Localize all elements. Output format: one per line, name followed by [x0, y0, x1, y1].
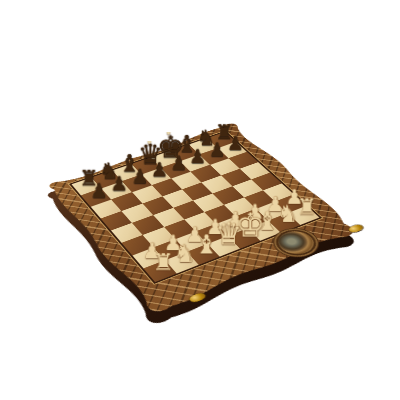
product-photo-white-background: ♜♞♝♛♚♝♞♜♟♟♟♟♟♟♟♟♟♟♟♟♟♟♟♟♜♞♝♛♚♝♞♜ [0, 0, 400, 400]
light-finial-icon [166, 129, 170, 135]
light-finial-icon [147, 138, 151, 144]
chess-board: ♜♞♝♛♚♝♞♜♟♟♟♟♟♟♟♟♟♟♟♟♟♟♟♟♜♞♝♛♚♝♞♜ [40, 119, 365, 319]
chess-field: ♜♞♝♛♚♝♞♜♟♟♟♟♟♟♟♟♟♟♟♟♟♟♟♟♜♞♝♛♚♝♞♜ [69, 131, 322, 284]
